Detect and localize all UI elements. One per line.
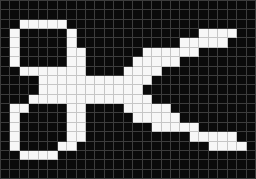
grid-cell-r10c26 xyxy=(247,95,256,104)
grid-cell-r12c0 xyxy=(1,113,10,122)
grid-cell-r8c11 xyxy=(105,76,114,85)
grid-cell-r18c21 xyxy=(199,170,208,179)
grid-cell-r15c3 xyxy=(29,142,38,151)
grid-cell-r9c1 xyxy=(10,85,19,94)
grid-cell-r11c11 xyxy=(105,104,114,113)
grid-cell-r0c9 xyxy=(86,1,95,10)
grid-cell-r1c8 xyxy=(77,10,86,19)
grid-cell-r2c9 xyxy=(86,20,95,29)
grid-cell-r7c1 xyxy=(10,67,19,76)
grid-cell-r1c19 xyxy=(180,10,189,19)
grid-cell-r0c15 xyxy=(143,1,152,10)
grid-cell-r1c1 xyxy=(10,10,19,19)
grid-cell-r5c0 xyxy=(1,48,10,57)
grid-cell-r9c6 xyxy=(58,85,67,94)
grid-cell-r8c3 xyxy=(29,76,38,85)
grid-cell-r1c2 xyxy=(20,10,29,19)
grid-cell-r11c12 xyxy=(114,104,123,113)
grid-cell-r7c21 xyxy=(199,67,208,76)
grid-cell-r18c17 xyxy=(162,170,171,179)
grid-cell-r18c24 xyxy=(228,170,237,179)
grid-cell-r8c15 xyxy=(143,76,152,85)
grid-cell-r8c24 xyxy=(228,76,237,85)
grid-cell-r5c24 xyxy=(228,48,237,57)
grid-cell-r9c5 xyxy=(48,85,57,94)
grid-cell-r10c3 xyxy=(29,95,38,104)
grid-cell-r12c19 xyxy=(180,113,189,122)
grid-cell-r4c23 xyxy=(218,38,227,47)
grid-cell-r8c22 xyxy=(209,76,218,85)
grid-cell-r16c5 xyxy=(48,151,57,160)
grid-cell-r6c13 xyxy=(124,57,133,66)
grid-cell-r4c7 xyxy=(67,38,76,47)
grid-cell-r3c13 xyxy=(124,29,133,38)
grid-cell-r10c9 xyxy=(86,95,95,104)
grid-cell-r17c4 xyxy=(39,160,48,169)
grid-cell-r9c26 xyxy=(247,85,256,94)
grid-cell-r8c7 xyxy=(67,76,76,85)
grid-cell-r6c11 xyxy=(105,57,114,66)
grid-cell-r0c21 xyxy=(199,1,208,10)
grid-cell-r1c14 xyxy=(133,10,142,19)
grid-cell-r6c25 xyxy=(237,57,246,66)
grid-cell-r10c0 xyxy=(1,95,10,104)
grid-cell-r5c16 xyxy=(152,48,161,57)
grid-cell-r0c20 xyxy=(190,1,199,10)
grid-cell-r15c21 xyxy=(199,142,208,151)
grid-cell-r18c22 xyxy=(209,170,218,179)
grid-cell-r4c12 xyxy=(114,38,123,47)
grid-cell-r17c25 xyxy=(237,160,246,169)
grid-cell-r10c10 xyxy=(95,95,104,104)
grid-cell-r3c19 xyxy=(180,29,189,38)
grid-cell-r5c1 xyxy=(10,48,19,57)
grid-cell-r7c16 xyxy=(152,67,161,76)
grid-cell-r1c21 xyxy=(199,10,208,19)
grid-cell-r16c26 xyxy=(247,151,256,160)
grid-cell-r0c5 xyxy=(48,1,57,10)
grid-cell-r2c17 xyxy=(162,20,171,29)
grid-cell-r4c15 xyxy=(143,38,152,47)
grid-cell-r17c11 xyxy=(105,160,114,169)
grid-cell-r13c5 xyxy=(48,123,57,132)
grid-cell-r2c3 xyxy=(29,20,38,29)
grid-cell-r15c5 xyxy=(48,142,57,151)
grid-cell-r1c13 xyxy=(124,10,133,19)
grid-cell-r11c22 xyxy=(209,104,218,113)
grid-cell-r9c11 xyxy=(105,85,114,94)
grid-cell-r15c26 xyxy=(247,142,256,151)
grid-cell-r8c5 xyxy=(48,76,57,85)
grid-cell-r14c26 xyxy=(247,132,256,141)
grid-cell-r7c12 xyxy=(114,67,123,76)
grid-cell-r6c9 xyxy=(86,57,95,66)
grid-cell-r2c16 xyxy=(152,20,161,29)
grid-cell-r1c7 xyxy=(67,10,76,19)
grid-cell-r7c14 xyxy=(133,67,142,76)
grid-cell-r7c20 xyxy=(190,67,199,76)
grid-cell-r3c17 xyxy=(162,29,171,38)
grid-cell-r9c0 xyxy=(1,85,10,94)
grid-cell-r9c25 xyxy=(237,85,246,94)
grid-cell-r3c8 xyxy=(77,29,86,38)
grid-cell-r6c12 xyxy=(114,57,123,66)
grid-cell-r17c3 xyxy=(29,160,38,169)
grid-cell-r7c9 xyxy=(86,67,95,76)
grid-cell-r14c12 xyxy=(114,132,123,141)
grid-cell-r1c15 xyxy=(143,10,152,19)
grid-cell-r8c8 xyxy=(77,76,86,85)
grid-cell-r5c12 xyxy=(114,48,123,57)
grid-cell-r16c25 xyxy=(237,151,246,160)
grid-cell-r9c15 xyxy=(143,85,152,94)
grid-cell-r12c22 xyxy=(209,113,218,122)
grid-cell-r14c10 xyxy=(95,132,104,141)
grid-cell-r15c7 xyxy=(67,142,76,151)
grid-cell-r9c20 xyxy=(190,85,199,94)
grid-cell-r4c3 xyxy=(29,38,38,47)
grid-cell-r4c25 xyxy=(237,38,246,47)
grid-cell-r2c24 xyxy=(228,20,237,29)
grid-cell-r15c9 xyxy=(86,142,95,151)
grid-cell-r3c18 xyxy=(171,29,180,38)
grid-cell-r2c26 xyxy=(247,20,256,29)
grid-cell-r1c24 xyxy=(228,10,237,19)
grid-cell-r7c25 xyxy=(237,67,246,76)
grid-cell-r2c5 xyxy=(48,20,57,29)
grid-cell-r16c3 xyxy=(29,151,38,160)
grid-cell-r18c11 xyxy=(105,170,114,179)
grid-cell-r13c17 xyxy=(162,123,171,132)
grid-cell-r16c15 xyxy=(143,151,152,160)
grid-cell-r14c25 xyxy=(237,132,246,141)
grid-cell-r6c1 xyxy=(10,57,19,66)
grid-cell-r11c26 xyxy=(247,104,256,113)
grid-cell-r14c4 xyxy=(39,132,48,141)
grid-cell-r14c5 xyxy=(48,132,57,141)
grid-cell-r3c26 xyxy=(247,29,256,38)
grid-cell-r8c21 xyxy=(199,76,208,85)
grid-cell-r5c22 xyxy=(209,48,218,57)
grid-cell-r4c18 xyxy=(171,38,180,47)
grid-cell-r13c19 xyxy=(180,123,189,132)
grid-cell-r8c14 xyxy=(133,76,142,85)
grid-cell-r8c13 xyxy=(124,76,133,85)
grid-cell-r10c13 xyxy=(124,95,133,104)
grid-cell-r13c10 xyxy=(95,123,104,132)
grid-cell-r8c23 xyxy=(218,76,227,85)
grid-cell-r8c25 xyxy=(237,76,246,85)
grid-cell-r14c9 xyxy=(86,132,95,141)
grid-cell-r11c6 xyxy=(58,104,67,113)
grid-cell-r12c5 xyxy=(48,113,57,122)
grid-cell-r0c23 xyxy=(218,1,227,10)
grid-cell-r13c20 xyxy=(190,123,199,132)
grid-cell-r15c16 xyxy=(152,142,161,151)
grid-cell-r6c20 xyxy=(190,57,199,66)
grid-cell-r13c9 xyxy=(86,123,95,132)
grid-cell-r17c9 xyxy=(86,160,95,169)
grid-cell-r6c23 xyxy=(218,57,227,66)
grid-cell-r12c10 xyxy=(95,113,104,122)
grid-cell-r17c14 xyxy=(133,160,142,169)
grid-cell-r3c7 xyxy=(67,29,76,38)
grid-cell-r13c11 xyxy=(105,123,114,132)
grid-cell-r1c17 xyxy=(162,10,171,19)
grid-cell-r9c23 xyxy=(218,85,227,94)
grid-cell-r13c18 xyxy=(171,123,180,132)
grid-cell-r17c10 xyxy=(95,160,104,169)
grid-cell-r12c8 xyxy=(77,113,86,122)
grid-cell-r6c18 xyxy=(171,57,180,66)
grid-cell-r3c6 xyxy=(58,29,67,38)
grid-cell-r8c12 xyxy=(114,76,123,85)
grid-cell-r8c19 xyxy=(180,76,189,85)
grid-cell-r14c23 xyxy=(218,132,227,141)
grid-cell-r3c20 xyxy=(190,29,199,38)
grid-cell-r9c8 xyxy=(77,85,86,94)
grid-cell-r5c15 xyxy=(143,48,152,57)
grid-cell-r16c20 xyxy=(190,151,199,160)
grid-cell-r0c4 xyxy=(39,1,48,10)
grid-cell-r12c11 xyxy=(105,113,114,122)
grid-cell-r11c7 xyxy=(67,104,76,113)
grid-cell-r12c2 xyxy=(20,113,29,122)
grid-cell-r14c21 xyxy=(199,132,208,141)
grid-cell-r9c2 xyxy=(20,85,29,94)
grid-cell-r14c24 xyxy=(228,132,237,141)
grid-cell-r12c21 xyxy=(199,113,208,122)
grid-cell-r4c9 xyxy=(86,38,95,47)
grid-cell-r15c13 xyxy=(124,142,133,151)
grid-cell-r14c2 xyxy=(20,132,29,141)
grid-cell-r18c20 xyxy=(190,170,199,179)
grid-cell-r18c5 xyxy=(48,170,57,179)
grid-cell-r2c13 xyxy=(124,20,133,29)
grid-cell-r0c14 xyxy=(133,1,142,10)
grid-cell-r6c21 xyxy=(199,57,208,66)
grid-cell-r10c14 xyxy=(133,95,142,104)
grid-cell-r3c25 xyxy=(237,29,246,38)
grid-cell-r4c21 xyxy=(199,38,208,47)
grid-cell-r6c5 xyxy=(48,57,57,66)
grid-cell-r0c16 xyxy=(152,1,161,10)
grid-cell-r13c6 xyxy=(58,123,67,132)
grid-cell-r3c0 xyxy=(1,29,10,38)
grid-cell-r8c1 xyxy=(10,76,19,85)
grid-cell-r7c19 xyxy=(180,67,189,76)
grid-cell-r15c17 xyxy=(162,142,171,151)
grid-cell-r10c5 xyxy=(48,95,57,104)
grid-cell-r0c6 xyxy=(58,1,67,10)
grid-cell-r18c14 xyxy=(133,170,142,179)
grid-cell-r4c0 xyxy=(1,38,10,47)
grid-cell-r1c20 xyxy=(190,10,199,19)
grid-cell-r18c19 xyxy=(180,170,189,179)
grid-cell-r12c6 xyxy=(58,113,67,122)
grid-cell-r4c16 xyxy=(152,38,161,47)
grid-cell-r7c26 xyxy=(247,67,256,76)
grid-cell-r6c26 xyxy=(247,57,256,66)
grid-cell-r6c7 xyxy=(67,57,76,66)
grid-cell-r12c24 xyxy=(228,113,237,122)
grid-cell-r13c14 xyxy=(133,123,142,132)
grid-cell-r17c20 xyxy=(190,160,199,169)
grid-cell-r16c9 xyxy=(86,151,95,160)
grid-cell-r10c17 xyxy=(162,95,171,104)
grid-cell-r0c24 xyxy=(228,1,237,10)
grid-cell-r5c4 xyxy=(39,48,48,57)
grid-cell-r17c23 xyxy=(218,160,227,169)
grid-cell-r16c11 xyxy=(105,151,114,160)
grid-cell-r16c8 xyxy=(77,151,86,160)
grid-cell-r10c12 xyxy=(114,95,123,104)
grid-cell-r14c20 xyxy=(190,132,199,141)
grid-cell-r15c19 xyxy=(180,142,189,151)
grid-cell-r9c4 xyxy=(39,85,48,94)
grid-cell-r16c22 xyxy=(209,151,218,160)
grid-cell-r14c16 xyxy=(152,132,161,141)
grid-cell-r3c16 xyxy=(152,29,161,38)
grid-cell-r17c8 xyxy=(77,160,86,169)
grid-cell-r9c14 xyxy=(133,85,142,94)
grid-cell-r7c6 xyxy=(58,67,67,76)
grid-cell-r7c15 xyxy=(143,67,152,76)
grid-cell-r0c11 xyxy=(105,1,114,10)
grid-cell-r11c25 xyxy=(237,104,246,113)
grid-cell-r17c12 xyxy=(114,160,123,169)
grid-cell-r0c2 xyxy=(20,1,29,10)
grid-cell-r2c19 xyxy=(180,20,189,29)
grid-cell-r8c0 xyxy=(1,76,10,85)
grid-cell-r4c2 xyxy=(20,38,29,47)
grid-cell-r4c8 xyxy=(77,38,86,47)
grid-cell-r11c4 xyxy=(39,104,48,113)
grid-cell-r13c24 xyxy=(228,123,237,132)
grid-cell-r5c20 xyxy=(190,48,199,57)
grid-cell-r6c16 xyxy=(152,57,161,66)
grid-cell-r4c13 xyxy=(124,38,133,47)
grid-cell-r12c1 xyxy=(10,113,19,122)
grid-cell-r5c21 xyxy=(199,48,208,57)
grid-cell-r12c23 xyxy=(218,113,227,122)
grid-cell-r15c10 xyxy=(95,142,104,151)
grid-cell-r2c21 xyxy=(199,20,208,29)
grid-cell-r0c0 xyxy=(1,1,10,10)
grid-cell-r18c0 xyxy=(1,170,10,179)
grid-cell-r7c2 xyxy=(20,67,29,76)
grid-cell-r12c4 xyxy=(39,113,48,122)
grid-cell-r5c14 xyxy=(133,48,142,57)
grid-cell-r1c25 xyxy=(237,10,246,19)
grid-cell-r17c17 xyxy=(162,160,171,169)
grid-cell-r13c25 xyxy=(237,123,246,132)
grid-cell-r0c17 xyxy=(162,1,171,10)
grid-cell-r3c14 xyxy=(133,29,142,38)
grid-cell-r6c17 xyxy=(162,57,171,66)
grid-cell-r16c4 xyxy=(39,151,48,160)
grid-cell-r10c18 xyxy=(171,95,180,104)
grid-cell-r18c15 xyxy=(143,170,152,179)
grid-cell-r18c8 xyxy=(77,170,86,179)
grid-cell-r5c6 xyxy=(58,48,67,57)
grid-cell-r15c20 xyxy=(190,142,199,151)
grid-cell-r3c22 xyxy=(209,29,218,38)
grid-cell-r12c16 xyxy=(152,113,161,122)
grid-cell-r13c3 xyxy=(29,123,38,132)
grid-cell-r15c1 xyxy=(10,142,19,151)
grid-cell-r12c14 xyxy=(133,113,142,122)
grid-cell-r18c9 xyxy=(86,170,95,179)
grid-cell-r14c14 xyxy=(133,132,142,141)
grid-cell-r10c22 xyxy=(209,95,218,104)
grid-cell-r13c15 xyxy=(143,123,152,132)
grid-cell-r1c18 xyxy=(171,10,180,19)
grid-cell-r16c17 xyxy=(162,151,171,160)
grid-cell-r17c22 xyxy=(209,160,218,169)
grid-cell-r11c18 xyxy=(171,104,180,113)
grid-cell-r16c14 xyxy=(133,151,142,160)
grid-cell-r1c4 xyxy=(39,10,48,19)
grid-cell-r11c9 xyxy=(86,104,95,113)
grid-cell-r18c7 xyxy=(67,170,76,179)
grid-cell-r4c22 xyxy=(209,38,218,47)
grid-cell-r3c10 xyxy=(95,29,104,38)
grid-cell-r11c19 xyxy=(180,104,189,113)
grid-cell-r2c15 xyxy=(143,20,152,29)
grid-cell-r13c23 xyxy=(218,123,227,132)
grid-cell-r9c3 xyxy=(29,85,38,94)
grid-cell-r14c22 xyxy=(209,132,218,141)
grid-cell-r5c18 xyxy=(171,48,180,57)
grid-cell-r10c23 xyxy=(218,95,227,104)
grid-cell-r10c21 xyxy=(199,95,208,104)
grid-cell-r10c4 xyxy=(39,95,48,104)
grid-cell-r16c19 xyxy=(180,151,189,160)
grid-cell-r2c14 xyxy=(133,20,142,29)
grid-cell-r16c12 xyxy=(114,151,123,160)
grid-cell-r13c7 xyxy=(67,123,76,132)
grid-cell-r14c19 xyxy=(180,132,189,141)
grid-cell-r16c0 xyxy=(1,151,10,160)
grid-cell-r14c1 xyxy=(10,132,19,141)
grid-cell-r0c3 xyxy=(29,1,38,10)
grid-cell-r11c21 xyxy=(199,104,208,113)
grid-cell-r15c24 xyxy=(228,142,237,151)
grid-cell-r18c12 xyxy=(114,170,123,179)
grid-cell-r0c10 xyxy=(95,1,104,10)
grid-cell-r17c7 xyxy=(67,160,76,169)
grid-cell-r7c10 xyxy=(95,67,104,76)
grid-cell-r5c10 xyxy=(95,48,104,57)
grid-cell-r14c6 xyxy=(58,132,67,141)
grid-cell-r12c12 xyxy=(114,113,123,122)
grid-cell-r5c13 xyxy=(124,48,133,57)
grid-cell-r1c22 xyxy=(209,10,218,19)
grid-cell-r10c6 xyxy=(58,95,67,104)
grid-cell-r3c11 xyxy=(105,29,114,38)
grid-cell-r12c25 xyxy=(237,113,246,122)
grid-cell-r10c8 xyxy=(77,95,86,104)
grid-cell-r16c18 xyxy=(171,151,180,160)
grid-cell-r9c13 xyxy=(124,85,133,94)
grid-cell-r15c11 xyxy=(105,142,114,151)
grid-cell-r8c20 xyxy=(190,76,199,85)
grid-cell-r3c9 xyxy=(86,29,95,38)
grid-cell-r11c20 xyxy=(190,104,199,113)
grid-cell-r15c14 xyxy=(133,142,142,151)
grid-cell-r2c1 xyxy=(10,20,19,29)
